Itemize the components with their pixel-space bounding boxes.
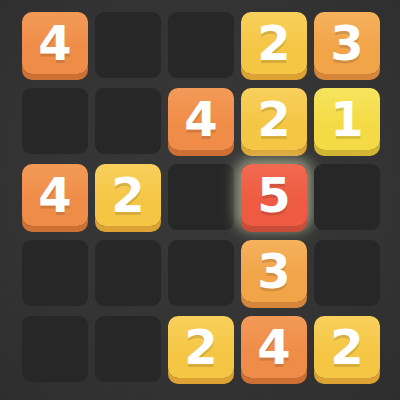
tile-4-r1c1[interactable]: 4	[22, 12, 88, 74]
cell-r5c3: 2	[168, 316, 234, 382]
cell-r3c3	[168, 164, 234, 230]
cell-r3c1: 4	[22, 164, 88, 230]
cell-r3c2: 2	[95, 164, 161, 230]
cell-r5c2	[95, 316, 161, 382]
tile-2-r2c4[interactable]: 2	[241, 88, 307, 150]
cell-r5c4: 4	[241, 316, 307, 382]
tile-2-r1c4[interactable]: 2	[241, 12, 307, 74]
tile-4-r2c3[interactable]: 4	[168, 88, 234, 150]
cell-r2c3: 4	[168, 88, 234, 154]
tile-4-r3c1[interactable]: 4	[22, 164, 88, 226]
tile-2-r5c5[interactable]: 2	[314, 316, 380, 378]
cell-r2c1	[22, 88, 88, 154]
tile-3-r4c4[interactable]: 3	[241, 240, 307, 302]
cell-r3c5	[314, 164, 380, 230]
cell-r1c2	[95, 12, 161, 78]
cell-r2c5: 1	[314, 88, 380, 154]
tile-4-r5c4[interactable]: 4	[241, 316, 307, 378]
cell-r5c1	[22, 316, 88, 382]
cell-r4c2	[95, 240, 161, 306]
cell-r1c1: 4	[22, 12, 88, 78]
cell-r2c4: 2	[241, 88, 307, 154]
game-stage: 4234214253242	[0, 0, 400, 400]
cell-r4c5	[314, 240, 380, 306]
tile-2-r3c2[interactable]: 2	[95, 164, 161, 226]
cell-r5c5: 2	[314, 316, 380, 382]
tile-1-r2c5[interactable]: 1	[314, 88, 380, 150]
cell-r4c1	[22, 240, 88, 306]
cell-r1c5: 3	[314, 12, 380, 78]
tile-2-r5c3[interactable]: 2	[168, 316, 234, 378]
cell-r4c3	[168, 240, 234, 306]
board: 4234214253242	[22, 12, 380, 382]
cell-r1c4: 2	[241, 12, 307, 78]
cell-r3c4: 5	[241, 164, 307, 230]
cell-r4c4: 3	[241, 240, 307, 306]
cell-r2c2	[95, 88, 161, 154]
tile-3-r1c5[interactable]: 3	[314, 12, 380, 74]
cell-r1c3	[168, 12, 234, 78]
tile-5-highlighted-r3c4[interactable]: 5	[241, 164, 307, 226]
